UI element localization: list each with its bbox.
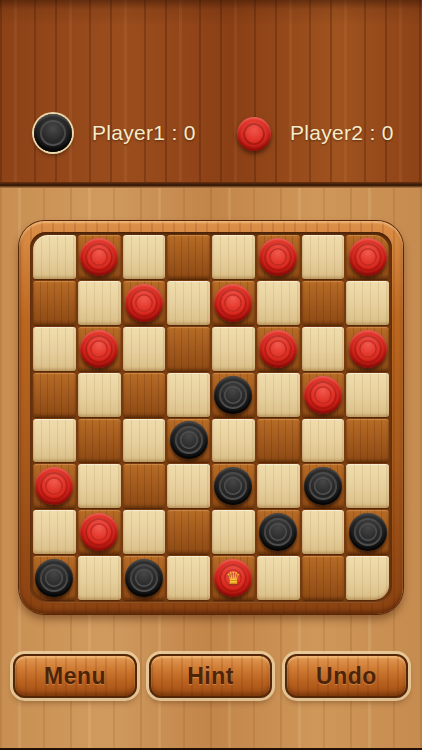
black-piece[interactable] xyxy=(125,559,163,597)
square-r1c2[interactable] xyxy=(123,281,166,325)
square-r5c6[interactable] xyxy=(302,464,345,508)
checkers-board: ♛ xyxy=(30,232,392,603)
square-r0c5[interactable] xyxy=(257,235,300,279)
square-r5c7[interactable] xyxy=(346,464,389,508)
red-piece[interactable] xyxy=(259,238,297,276)
square-r6c3[interactable] xyxy=(167,510,210,554)
square-r3c1[interactable] xyxy=(78,373,121,417)
red-piece[interactable] xyxy=(349,330,387,368)
crown-icon: ♛ xyxy=(214,559,252,597)
square-r5c2[interactable] xyxy=(123,464,166,508)
square-r4c7[interactable] xyxy=(346,419,389,463)
square-r1c5[interactable] xyxy=(257,281,300,325)
square-r0c1[interactable] xyxy=(78,235,121,279)
square-r6c2[interactable] xyxy=(123,510,166,554)
red-piece[interactable] xyxy=(125,284,163,322)
square-r4c0[interactable] xyxy=(33,419,76,463)
red-piece[interactable] xyxy=(259,330,297,368)
top-wood-panel xyxy=(0,0,422,186)
square-r5c4[interactable] xyxy=(212,464,255,508)
square-r7c7[interactable] xyxy=(346,556,389,600)
red-piece[interactable] xyxy=(80,330,118,368)
square-r3c3[interactable] xyxy=(167,373,210,417)
square-r1c4[interactable] xyxy=(212,281,255,325)
square-r6c4[interactable] xyxy=(212,510,255,554)
square-r1c6[interactable] xyxy=(302,281,345,325)
square-r2c3[interactable] xyxy=(167,327,210,371)
square-r5c3[interactable] xyxy=(167,464,210,508)
square-r4c4[interactable] xyxy=(212,419,255,463)
red-king-piece[interactable]: ♛ xyxy=(214,559,252,597)
square-r6c0[interactable] xyxy=(33,510,76,554)
square-r7c3[interactable] xyxy=(167,556,210,600)
square-r7c0[interactable] xyxy=(33,556,76,600)
square-r1c0[interactable] xyxy=(33,281,76,325)
square-r5c5[interactable] xyxy=(257,464,300,508)
black-piece[interactable] xyxy=(214,376,252,414)
hint-button[interactable]: Hint xyxy=(149,654,272,698)
square-r6c7[interactable] xyxy=(346,510,389,554)
black-piece[interactable] xyxy=(214,467,252,505)
square-r7c4[interactable]: ♛ xyxy=(212,556,255,600)
square-r4c3[interactable] xyxy=(167,419,210,463)
red-piece[interactable] xyxy=(214,284,252,322)
square-r3c4[interactable] xyxy=(212,373,255,417)
square-r7c2[interactable] xyxy=(123,556,166,600)
square-r0c6[interactable] xyxy=(302,235,345,279)
square-r4c1[interactable] xyxy=(78,419,121,463)
square-r4c2[interactable] xyxy=(123,419,166,463)
square-r3c7[interactable] xyxy=(346,373,389,417)
player2-checker-icon xyxy=(237,117,271,151)
square-r0c4[interactable] xyxy=(212,235,255,279)
square-r7c6[interactable] xyxy=(302,556,345,600)
square-r0c3[interactable] xyxy=(167,235,210,279)
red-piece[interactable] xyxy=(349,238,387,276)
black-piece[interactable] xyxy=(349,513,387,551)
black-piece[interactable] xyxy=(170,421,208,459)
square-r3c5[interactable] xyxy=(257,373,300,417)
square-r0c2[interactable] xyxy=(123,235,166,279)
app-screen: Player1 : 0 Player2 : 0 ♛ Menu Hint Undo xyxy=(0,0,422,750)
red-piece[interactable] xyxy=(35,467,73,505)
black-piece[interactable] xyxy=(259,513,297,551)
player2-score-label: Player2 : 0 xyxy=(290,121,394,145)
square-r5c0[interactable] xyxy=(33,464,76,508)
square-r0c7[interactable] xyxy=(346,235,389,279)
black-piece[interactable] xyxy=(35,559,73,597)
square-r1c3[interactable] xyxy=(167,281,210,325)
red-piece[interactable] xyxy=(80,513,118,551)
square-r2c7[interactable] xyxy=(346,327,389,371)
square-r7c5[interactable] xyxy=(257,556,300,600)
board-frame: ♛ xyxy=(19,221,403,614)
square-r1c7[interactable] xyxy=(346,281,389,325)
square-r2c0[interactable] xyxy=(33,327,76,371)
red-piece[interactable] xyxy=(80,238,118,276)
square-r4c6[interactable] xyxy=(302,419,345,463)
menu-button[interactable]: Menu xyxy=(13,654,137,698)
square-r3c2[interactable] xyxy=(123,373,166,417)
player1-score-label: Player1 : 0 xyxy=(92,121,196,145)
player1-checker-icon xyxy=(34,114,72,152)
square-r6c6[interactable] xyxy=(302,510,345,554)
square-r5c1[interactable] xyxy=(78,464,121,508)
square-r3c0[interactable] xyxy=(33,373,76,417)
square-r1c1[interactable] xyxy=(78,281,121,325)
square-r6c1[interactable] xyxy=(78,510,121,554)
square-r7c1[interactable] xyxy=(78,556,121,600)
red-piece[interactable] xyxy=(304,376,342,414)
square-r2c5[interactable] xyxy=(257,327,300,371)
square-r2c6[interactable] xyxy=(302,327,345,371)
square-r3c6[interactable] xyxy=(302,373,345,417)
square-r2c2[interactable] xyxy=(123,327,166,371)
undo-button[interactable]: Undo xyxy=(285,654,408,698)
square-r4c5[interactable] xyxy=(257,419,300,463)
square-r6c5[interactable] xyxy=(257,510,300,554)
black-piece[interactable] xyxy=(304,467,342,505)
square-r2c4[interactable] xyxy=(212,327,255,371)
square-r0c0[interactable] xyxy=(33,235,76,279)
square-r2c1[interactable] xyxy=(78,327,121,371)
